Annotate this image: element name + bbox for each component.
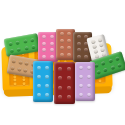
brick-stud bbox=[24, 45, 29, 50]
brick-stud bbox=[50, 55, 54, 59]
brick-stud bbox=[67, 76, 71, 80]
brick-stud bbox=[67, 32, 71, 36]
lavender-brick bbox=[75, 62, 95, 101]
brick-stud bbox=[10, 66, 15, 71]
brick-stud bbox=[93, 49, 98, 54]
brick-stud bbox=[67, 86, 71, 90]
brick-stud bbox=[77, 35, 81, 39]
brick-stud bbox=[9, 48, 14, 53]
brick-stud bbox=[37, 84, 41, 88]
brick-stud bbox=[77, 55, 81, 59]
brick-stud bbox=[30, 37, 35, 42]
brick-stud bbox=[60, 53, 64, 57]
brick-stud bbox=[25, 61, 30, 66]
brick-stud bbox=[67, 39, 71, 43]
brick-stud bbox=[50, 48, 54, 52]
brick-stud bbox=[87, 75, 91, 79]
brick-stud bbox=[101, 61, 106, 66]
brick-stud bbox=[67, 46, 71, 50]
brick-stud bbox=[42, 48, 46, 52]
brick-stud bbox=[23, 68, 28, 73]
brick-stud bbox=[8, 41, 13, 46]
brick-stud bbox=[117, 63, 122, 68]
brick-stud bbox=[17, 47, 22, 52]
brick-stud bbox=[67, 53, 71, 57]
brick-stud bbox=[58, 76, 62, 80]
brick-stud bbox=[87, 84, 91, 88]
brick-stud bbox=[45, 75, 49, 79]
brick-stud bbox=[97, 37, 102, 42]
brick-stud bbox=[60, 46, 64, 50]
brick-stud bbox=[87, 66, 91, 70]
brick-stud bbox=[103, 68, 108, 73]
brick-stud bbox=[45, 93, 49, 97]
brick-stud bbox=[100, 47, 105, 52]
brick-stud bbox=[87, 93, 91, 97]
brick-stud bbox=[67, 67, 71, 71]
brick-stud bbox=[45, 66, 49, 70]
brick-stud bbox=[45, 84, 49, 88]
brick-stud bbox=[15, 40, 20, 45]
brick-stud bbox=[77, 42, 81, 46]
brick-stud bbox=[42, 55, 46, 59]
brick-stud bbox=[98, 42, 103, 47]
brick-stud bbox=[108, 58, 113, 63]
brick-stud bbox=[96, 70, 101, 75]
brick-stud bbox=[90, 39, 95, 44]
cyan-brick bbox=[33, 61, 53, 102]
brick-stud bbox=[58, 86, 62, 90]
brick-stud bbox=[92, 44, 97, 49]
brick-stud bbox=[77, 48, 81, 52]
brick-stud bbox=[18, 60, 23, 65]
brick-stud bbox=[17, 67, 22, 72]
brick-stud bbox=[84, 55, 88, 59]
brick-stud bbox=[84, 48, 88, 52]
brick-stud bbox=[37, 66, 41, 70]
pink-brick bbox=[38, 32, 58, 62]
brick-stud bbox=[110, 65, 115, 70]
cavity-stud bbox=[22, 82, 25, 85]
brick-stud bbox=[58, 67, 62, 71]
brick-stud bbox=[31, 44, 36, 49]
brick-stud bbox=[115, 56, 120, 61]
brick-stud bbox=[42, 35, 46, 39]
brick-stud bbox=[50, 42, 54, 46]
brick-stud bbox=[37, 93, 41, 97]
cavity-stud bbox=[99, 79, 102, 82]
brick-stud bbox=[42, 42, 46, 46]
brick-stud bbox=[58, 95, 62, 99]
cavity-stud bbox=[13, 82, 16, 85]
brick-stud bbox=[37, 75, 41, 79]
dark-red-brick bbox=[54, 62, 75, 104]
brick-stud bbox=[79, 66, 83, 70]
brick-stud bbox=[67, 95, 71, 99]
brick-stud bbox=[50, 35, 54, 39]
photo-scene bbox=[0, 0, 125, 125]
brick-stud bbox=[79, 84, 83, 88]
brick-stud bbox=[12, 59, 17, 64]
brick-stud bbox=[60, 32, 64, 36]
brick-stud bbox=[60, 39, 64, 43]
brick-stud bbox=[79, 93, 83, 97]
brick-stud bbox=[23, 39, 28, 44]
brick-stud bbox=[79, 75, 83, 79]
